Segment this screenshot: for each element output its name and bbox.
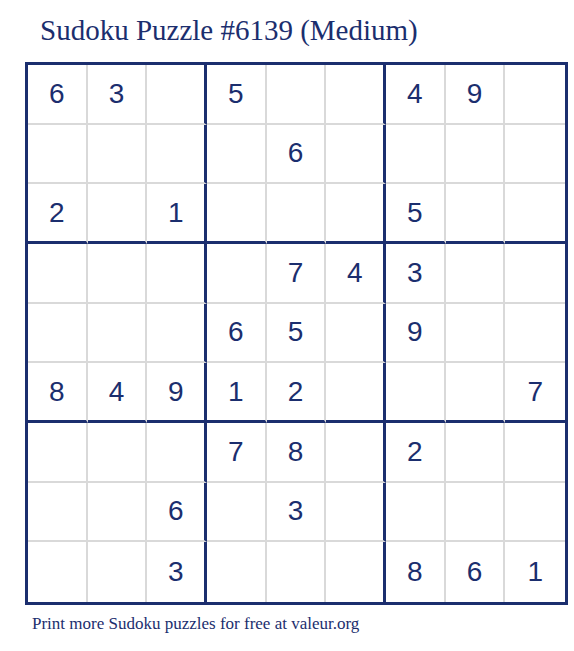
- cell-r8c2: [88, 483, 148, 543]
- cell-r3c2: [88, 184, 148, 244]
- cell-r8c8: [446, 483, 506, 543]
- cell-r7c5: 8: [267, 423, 327, 483]
- cell-r5c2: [88, 304, 148, 364]
- cell-r9c6: [326, 542, 386, 602]
- cell-r5c7: 9: [386, 304, 446, 364]
- cell-r3c6: [326, 184, 386, 244]
- cell-r1c4: 5: [207, 65, 267, 125]
- cell-r2c2: [88, 125, 148, 185]
- cell-r3c5: [267, 184, 327, 244]
- cell-r4c5: 7: [267, 244, 327, 304]
- cell-r6c9: 7: [505, 363, 565, 423]
- cell-r6c1: 8: [28, 363, 88, 423]
- cell-r4c9: [505, 244, 565, 304]
- cell-r4c6: 4: [326, 244, 386, 304]
- cell-r4c4: [207, 244, 267, 304]
- cell-r5c3: [147, 304, 207, 364]
- cell-r7c8: [446, 423, 506, 483]
- cell-r2c5: 6: [267, 125, 327, 185]
- cell-r7c3: [147, 423, 207, 483]
- cell-r2c1: [28, 125, 88, 185]
- cell-r1c3: [147, 65, 207, 125]
- cell-r2c7: [386, 125, 446, 185]
- cell-r3c7: 5: [386, 184, 446, 244]
- cell-r8c9: [505, 483, 565, 543]
- cell-r5c6: [326, 304, 386, 364]
- cell-r6c8: [446, 363, 506, 423]
- cell-r2c8: [446, 125, 506, 185]
- cell-r9c5: [267, 542, 327, 602]
- cell-r7c6: [326, 423, 386, 483]
- cell-r6c2: 4: [88, 363, 148, 423]
- cell-r9c3: 3: [147, 542, 207, 602]
- cell-r3c9: [505, 184, 565, 244]
- cell-r8c4: [207, 483, 267, 543]
- cell-r7c4: 7: [207, 423, 267, 483]
- footer-note: Print more Sudoku puzzles for free at va…: [32, 614, 359, 634]
- cell-r3c8: [446, 184, 506, 244]
- cell-r6c5: 2: [267, 363, 327, 423]
- cell-r1c9: [505, 65, 565, 125]
- cell-r5c9: [505, 304, 565, 364]
- cell-r5c5: 5: [267, 304, 327, 364]
- cell-r9c9: 1: [505, 542, 565, 602]
- cell-r9c4: [207, 542, 267, 602]
- cell-r2c9: [505, 125, 565, 185]
- cell-r6c4: 1: [207, 363, 267, 423]
- cell-r4c7: 3: [386, 244, 446, 304]
- cell-r3c3: 1: [147, 184, 207, 244]
- cell-r4c8: [446, 244, 506, 304]
- cell-r1c6: [326, 65, 386, 125]
- cell-r2c3: [147, 125, 207, 185]
- cell-r8c7: [386, 483, 446, 543]
- cell-r1c8: 9: [446, 65, 506, 125]
- cell-r6c7: [386, 363, 446, 423]
- cell-r8c6: [326, 483, 386, 543]
- cell-r6c3: 9: [147, 363, 207, 423]
- cell-r6c6: [326, 363, 386, 423]
- cell-r5c1: [28, 304, 88, 364]
- cell-r5c8: [446, 304, 506, 364]
- cell-r4c2: [88, 244, 148, 304]
- cell-r1c1: 6: [28, 65, 88, 125]
- cell-r7c1: [28, 423, 88, 483]
- cell-r9c8: 6: [446, 542, 506, 602]
- cell-r1c2: 3: [88, 65, 148, 125]
- cell-r7c2: [88, 423, 148, 483]
- page-title: Sudoku Puzzle #6139 (Medium): [40, 14, 418, 47]
- cell-r5c4: 6: [207, 304, 267, 364]
- cell-r8c3: 6: [147, 483, 207, 543]
- sudoku-board: 635496215743659849127782633861: [25, 62, 568, 605]
- cell-r2c6: [326, 125, 386, 185]
- cell-r9c7: 8: [386, 542, 446, 602]
- cell-r3c1: 2: [28, 184, 88, 244]
- cell-r1c7: 4: [386, 65, 446, 125]
- cell-r8c1: [28, 483, 88, 543]
- cell-r1c5: [267, 65, 327, 125]
- cell-r7c9: [505, 423, 565, 483]
- cell-r8c5: 3: [267, 483, 327, 543]
- cell-r4c1: [28, 244, 88, 304]
- cell-r9c2: [88, 542, 148, 602]
- cell-r4c3: [147, 244, 207, 304]
- cell-r7c7: 2: [386, 423, 446, 483]
- cell-r3c4: [207, 184, 267, 244]
- cell-r9c1: [28, 542, 88, 602]
- cell-r2c4: [207, 125, 267, 185]
